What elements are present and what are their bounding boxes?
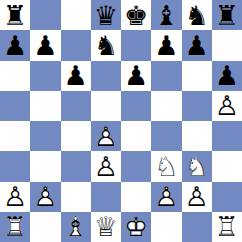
square-c1[interactable]: ♝♗	[61, 212, 91, 242]
square-b8[interactable]	[30, 0, 60, 30]
white-piece-outline: ♗	[64, 212, 88, 242]
square-d7[interactable]: ♞	[91, 30, 121, 60]
square-f1[interactable]	[151, 212, 181, 242]
square-c6[interactable]: ♟	[61, 61, 91, 91]
black-pawn[interactable]: ♟	[124, 62, 148, 89]
square-d6[interactable]	[91, 61, 121, 91]
square-b2[interactable]: ♟♙	[30, 182, 60, 212]
square-h7[interactable]	[212, 30, 242, 60]
square-c3[interactable]	[61, 151, 91, 181]
square-e7[interactable]	[121, 30, 151, 60]
square-a1[interactable]: ♜♖	[0, 212, 30, 242]
square-g6[interactable]	[182, 61, 212, 91]
black-pawn[interactable]: ♟	[3, 32, 27, 59]
black-rook[interactable]: ♜	[215, 2, 239, 29]
white-pawn[interactable]: ♟♙	[154, 183, 178, 210]
white-pawn[interactable]: ♟♙	[185, 183, 209, 210]
square-h3[interactable]	[212, 151, 242, 181]
square-f2[interactable]: ♟♙	[151, 182, 181, 212]
square-c5[interactable]	[61, 91, 91, 121]
square-b3[interactable]	[30, 151, 60, 181]
chess-board: ♜♛♚♝♞♜♟♟♞♟♟♟♟♟♟♙♟♙♟♙♞♘♞♘♟♙♟♙♟♙♟♙♜♖♝♗♛♕♚♔…	[0, 0, 242, 242]
square-g8[interactable]: ♞	[182, 0, 212, 30]
square-b4[interactable]	[30, 121, 60, 151]
square-c7[interactable]	[61, 30, 91, 60]
white-piece-outline: ♙	[94, 151, 118, 181]
white-pawn[interactable]: ♟♙	[94, 123, 118, 150]
square-a7[interactable]: ♟	[0, 30, 30, 60]
white-pawn[interactable]: ♟♙	[33, 183, 57, 210]
square-h2[interactable]	[212, 182, 242, 212]
white-piece-outline: ♙	[215, 91, 239, 121]
square-e8[interactable]: ♚	[121, 0, 151, 30]
square-b6[interactable]	[30, 61, 60, 91]
square-c8[interactable]	[61, 0, 91, 30]
square-d3[interactable]: ♟♙	[91, 151, 121, 181]
white-knight[interactable]: ♞♘	[185, 153, 209, 180]
square-e6[interactable]: ♟	[121, 61, 151, 91]
square-g4[interactable]	[182, 121, 212, 151]
white-knight[interactable]: ♞♘	[154, 153, 178, 180]
square-h4[interactable]	[212, 121, 242, 151]
white-pawn[interactable]: ♟♙	[3, 183, 27, 210]
square-e3[interactable]	[121, 151, 151, 181]
square-e5[interactable]	[121, 91, 151, 121]
white-piece-outline: ♙	[94, 121, 118, 151]
square-h1[interactable]: ♜♖	[212, 212, 242, 242]
black-pawn[interactable]: ♟	[215, 62, 239, 89]
square-b1[interactable]	[30, 212, 60, 242]
square-e1[interactable]: ♚♔	[121, 212, 151, 242]
black-knight[interactable]: ♞	[185, 2, 209, 29]
white-pawn[interactable]: ♟♙	[215, 92, 239, 119]
square-f5[interactable]	[151, 91, 181, 121]
square-h8[interactable]: ♜	[212, 0, 242, 30]
black-pawn[interactable]: ♟	[64, 62, 88, 89]
square-d8[interactable]: ♛	[91, 0, 121, 30]
black-rook[interactable]: ♜	[3, 2, 27, 29]
white-piece-outline: ♙	[154, 182, 178, 212]
white-piece-outline: ♔	[124, 212, 148, 242]
white-piece-outline: ♕	[94, 212, 118, 242]
square-g5[interactable]	[182, 91, 212, 121]
square-e2[interactable]	[121, 182, 151, 212]
square-g1[interactable]	[182, 212, 212, 242]
black-bishop[interactable]: ♝	[154, 2, 178, 29]
square-b7[interactable]: ♟	[30, 30, 60, 60]
square-f3[interactable]: ♞♘	[151, 151, 181, 181]
square-a2[interactable]: ♟♙	[0, 182, 30, 212]
black-queen[interactable]: ♛	[94, 2, 118, 29]
square-a3[interactable]	[0, 151, 30, 181]
square-f7[interactable]: ♟	[151, 30, 181, 60]
square-c4[interactable]	[61, 121, 91, 151]
square-d5[interactable]	[91, 91, 121, 121]
square-b5[interactable]	[30, 91, 60, 121]
white-rook[interactable]: ♜♖	[3, 213, 27, 240]
square-a5[interactable]	[0, 91, 30, 121]
black-pawn[interactable]: ♟	[185, 32, 209, 59]
square-a4[interactable]	[0, 121, 30, 151]
square-d2[interactable]	[91, 182, 121, 212]
square-d1[interactable]: ♛♕	[91, 212, 121, 242]
black-pawn[interactable]: ♟	[33, 32, 57, 59]
black-pawn[interactable]: ♟	[154, 32, 178, 59]
white-piece-outline: ♖	[3, 212, 27, 242]
white-piece-outline: ♖	[215, 212, 239, 242]
white-pawn[interactable]: ♟♙	[94, 153, 118, 180]
white-rook[interactable]: ♜♖	[215, 213, 239, 240]
square-c2[interactable]	[61, 182, 91, 212]
white-bishop[interactable]: ♝♗	[64, 213, 88, 240]
square-g3[interactable]: ♞♘	[182, 151, 212, 181]
white-piece-outline: ♘	[185, 151, 209, 181]
square-g2[interactable]: ♟♙	[182, 182, 212, 212]
white-piece-outline: ♙	[185, 182, 209, 212]
square-e4[interactable]	[121, 121, 151, 151]
white-king[interactable]: ♚♔	[124, 213, 148, 240]
black-knight[interactable]: ♞	[94, 32, 118, 59]
square-f4[interactable]	[151, 121, 181, 151]
white-queen[interactable]: ♛♕	[94, 213, 118, 240]
square-h5[interactable]: ♟♙	[212, 91, 242, 121]
white-piece-outline: ♙	[33, 182, 57, 212]
square-g7[interactable]: ♟	[182, 30, 212, 60]
square-d4[interactable]: ♟♙	[91, 121, 121, 151]
square-h6[interactable]: ♟	[212, 61, 242, 91]
square-f6[interactable]	[151, 61, 181, 91]
square-a8[interactable]: ♜	[0, 0, 30, 30]
black-king[interactable]: ♚	[124, 2, 148, 29]
square-a6[interactable]	[0, 61, 30, 91]
white-piece-outline: ♙	[3, 182, 27, 212]
square-f8[interactable]: ♝	[151, 0, 181, 30]
white-piece-outline: ♘	[154, 151, 178, 181]
